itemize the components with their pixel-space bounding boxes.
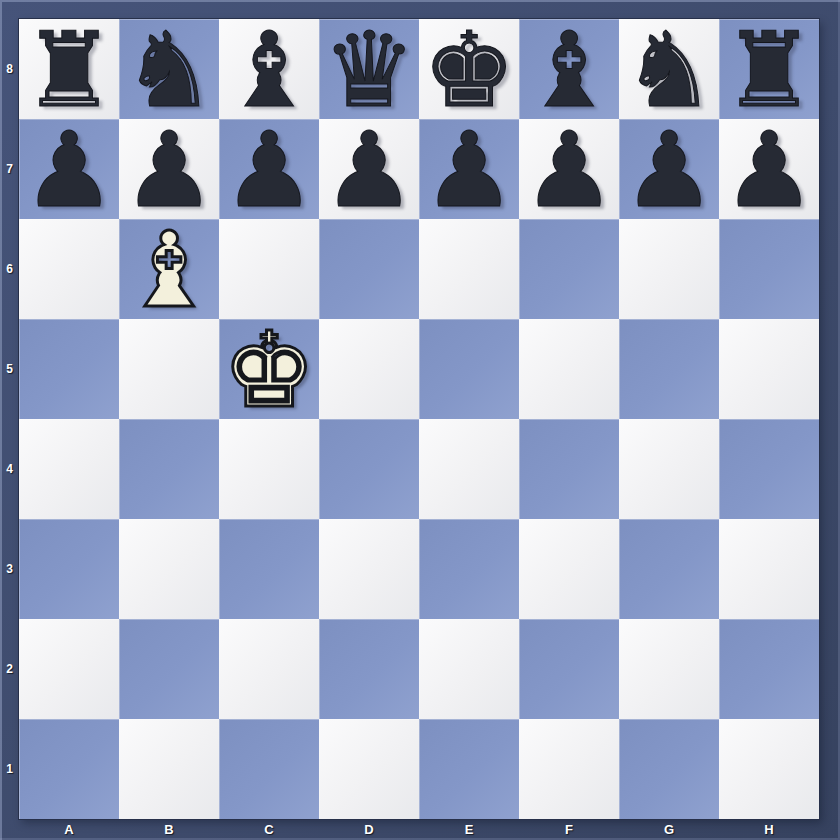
square-b7[interactable]: ♟	[119, 119, 219, 219]
square-g5[interactable]	[619, 319, 719, 419]
piece-black-pawn-c7[interactable]: ♟	[219, 119, 319, 219]
file-label-h: H	[719, 819, 819, 840]
piece-black-rook-a8[interactable]: ♜	[19, 19, 119, 119]
piece-black-pawn-b7[interactable]: ♟	[119, 119, 219, 219]
square-h1[interactable]	[719, 719, 819, 819]
piece-black-pawn-e7[interactable]: ♟	[419, 119, 519, 219]
file-label-e: E	[419, 819, 519, 840]
square-h6[interactable]	[719, 219, 819, 319]
square-h8[interactable]: ♜	[719, 19, 819, 119]
square-b8[interactable]: ♞	[119, 19, 219, 119]
square-f2[interactable]	[519, 619, 619, 719]
square-g3[interactable]	[619, 519, 719, 619]
piece-black-bishop-c8[interactable]: ♝	[219, 19, 319, 119]
square-g7[interactable]: ♟	[619, 119, 719, 219]
file-label-d: D	[319, 819, 419, 840]
square-e8[interactable]: ♚	[419, 19, 519, 119]
piece-white-bishop-b6[interactable]: ♝	[119, 219, 219, 319]
piece-white-king-c5[interactable]: ♚	[219, 319, 319, 419]
square-b5[interactable]	[119, 319, 219, 419]
rank-label-5: 5	[0, 319, 19, 419]
piece-black-rook-h8[interactable]: ♜	[719, 19, 819, 119]
square-f8[interactable]: ♝	[519, 19, 619, 119]
piece-black-queen-d8[interactable]: ♛	[319, 19, 419, 119]
square-a5[interactable]	[19, 319, 119, 419]
square-f4[interactable]	[519, 419, 619, 519]
rank-label-7: 7	[0, 119, 19, 219]
square-a3[interactable]	[19, 519, 119, 619]
square-e4[interactable]	[419, 419, 519, 519]
square-b1[interactable]	[119, 719, 219, 819]
square-e6[interactable]	[419, 219, 519, 319]
square-f6[interactable]	[519, 219, 619, 319]
square-f3[interactable]	[519, 519, 619, 619]
square-h5[interactable]	[719, 319, 819, 419]
rank-label-8: 8	[0, 19, 19, 119]
square-g4[interactable]	[619, 419, 719, 519]
square-g8[interactable]: ♞	[619, 19, 719, 119]
square-d8[interactable]: ♛	[319, 19, 419, 119]
square-d3[interactable]	[319, 519, 419, 619]
chess-board: ♜♞♝♛♚♝♞♜♟♟♟♟♟♟♟♟♝♚	[19, 19, 819, 819]
square-a7[interactable]: ♟	[19, 119, 119, 219]
rank-label-1: 1	[0, 719, 19, 819]
rank-labels: 87654321	[0, 19, 19, 819]
square-a2[interactable]	[19, 619, 119, 719]
piece-black-pawn-a7[interactable]: ♟	[19, 119, 119, 219]
square-d4[interactable]	[319, 419, 419, 519]
piece-black-pawn-f7[interactable]: ♟	[519, 119, 619, 219]
square-g1[interactable]	[619, 719, 719, 819]
square-c5[interactable]: ♚	[219, 319, 319, 419]
file-labels: ABCDEFGH	[19, 819, 819, 840]
square-h3[interactable]	[719, 519, 819, 619]
rank-label-2: 2	[0, 619, 19, 719]
square-f5[interactable]	[519, 319, 619, 419]
square-a1[interactable]	[19, 719, 119, 819]
piece-black-bishop-f8[interactable]: ♝	[519, 19, 619, 119]
square-g2[interactable]	[619, 619, 719, 719]
square-c2[interactable]	[219, 619, 319, 719]
square-c1[interactable]	[219, 719, 319, 819]
square-h7[interactable]: ♟	[719, 119, 819, 219]
square-f1[interactable]	[519, 719, 619, 819]
rank-label-4: 4	[0, 419, 19, 519]
piece-black-king-e8[interactable]: ♚	[419, 19, 519, 119]
square-e2[interactable]	[419, 619, 519, 719]
piece-black-pawn-h7[interactable]: ♟	[719, 119, 819, 219]
piece-black-knight-b8[interactable]: ♞	[119, 19, 219, 119]
square-c4[interactable]	[219, 419, 319, 519]
square-e1[interactable]	[419, 719, 519, 819]
file-label-c: C	[219, 819, 319, 840]
square-d5[interactable]	[319, 319, 419, 419]
square-e3[interactable]	[419, 519, 519, 619]
square-b4[interactable]	[119, 419, 219, 519]
square-b6[interactable]: ♝	[119, 219, 219, 319]
square-d7[interactable]: ♟	[319, 119, 419, 219]
square-c8[interactable]: ♝	[219, 19, 319, 119]
file-label-b: B	[119, 819, 219, 840]
square-d1[interactable]	[319, 719, 419, 819]
piece-black-knight-g8[interactable]: ♞	[619, 19, 719, 119]
file-label-a: A	[19, 819, 119, 840]
piece-black-pawn-g7[interactable]: ♟	[619, 119, 719, 219]
rank-label-3: 3	[0, 519, 19, 619]
file-label-f: F	[519, 819, 619, 840]
square-c3[interactable]	[219, 519, 319, 619]
chess-board-frame: 87654321 ♜♞♝♛♚♝♞♜♟♟♟♟♟♟♟♟♝♚ ABCDEFGH	[0, 0, 840, 840]
square-c6[interactable]	[219, 219, 319, 319]
piece-black-pawn-d7[interactable]: ♟	[319, 119, 419, 219]
square-d2[interactable]	[319, 619, 419, 719]
square-b2[interactable]	[119, 619, 219, 719]
square-a8[interactable]: ♜	[19, 19, 119, 119]
square-e5[interactable]	[419, 319, 519, 419]
square-c7[interactable]: ♟	[219, 119, 319, 219]
square-b3[interactable]	[119, 519, 219, 619]
square-g6[interactable]	[619, 219, 719, 319]
square-e7[interactable]: ♟	[419, 119, 519, 219]
rank-label-6: 6	[0, 219, 19, 319]
square-d6[interactable]	[319, 219, 419, 319]
square-f7[interactable]: ♟	[519, 119, 619, 219]
square-h2[interactable]	[719, 619, 819, 719]
file-label-g: G	[619, 819, 719, 840]
square-a6[interactable]	[19, 219, 119, 319]
square-a4[interactable]	[19, 419, 119, 519]
square-h4[interactable]	[719, 419, 819, 519]
